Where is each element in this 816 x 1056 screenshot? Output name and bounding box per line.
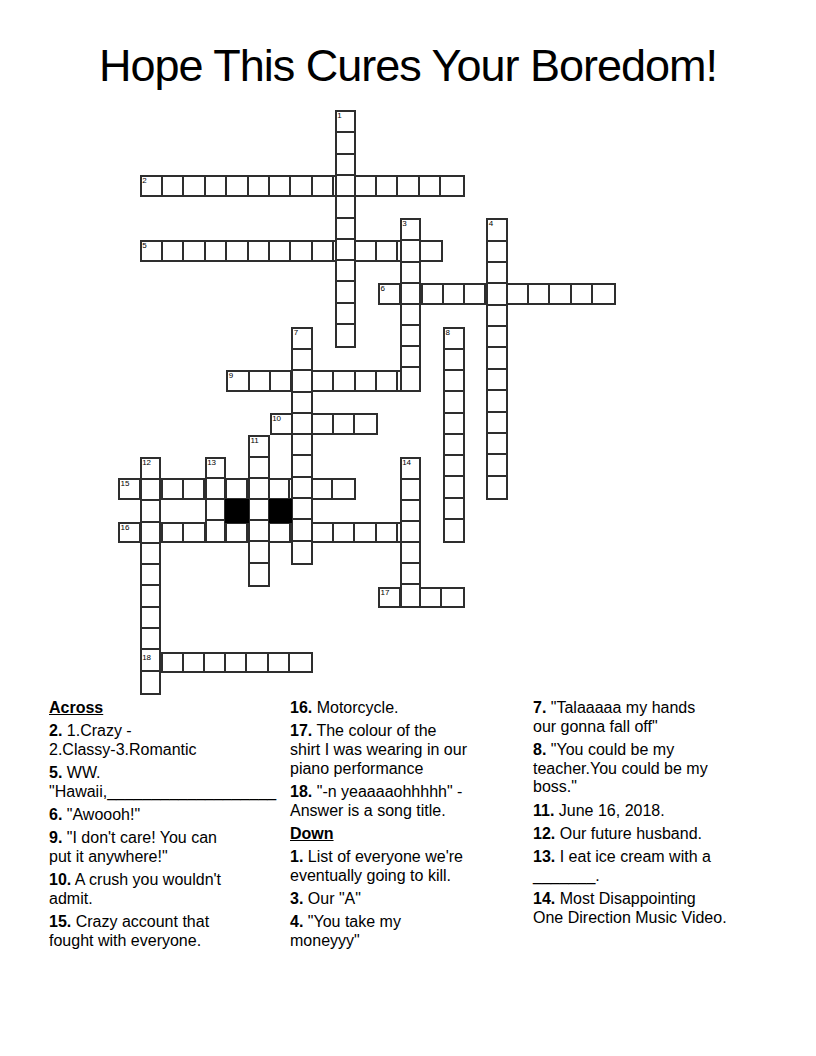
cell-4-down-7[interactable] [488, 370, 506, 391]
clue-across-17: 17. The colour of the shirt I was wearin… [290, 722, 498, 778]
cell-6-across-10[interactable] [593, 285, 614, 303]
cell-8-down-2[interactable] [445, 371, 463, 392]
cell-1-down-9[interactable] [337, 304, 355, 325]
clue-number-label-12: 12 [142, 459, 151, 467]
cell-18-across-4[interactable] [226, 654, 247, 672]
clue-text: "-n yeaaaaohhhhh" - Answer is a song tit… [290, 783, 462, 819]
black-cell-1 [269, 499, 293, 523]
cell-2-across-5[interactable] [249, 177, 270, 195]
cell-18-across-7[interactable] [290, 654, 311, 672]
cell-3-down-2[interactable] [402, 263, 420, 284]
cell-3-down-1[interactable] [402, 241, 420, 262]
cell-9-across-6[interactable] [356, 372, 377, 390]
cell-7-down-8[interactable] [293, 499, 311, 520]
cell-5-across-5[interactable] [249, 242, 270, 260]
cell-16-across-5[interactable] [227, 524, 248, 542]
cell-7-down-2[interactable] [293, 371, 311, 392]
cell-18-across-5[interactable] [247, 654, 268, 672]
cell-3-down-4[interactable] [402, 305, 420, 326]
clue-down-3: 3. Our "A" [290, 890, 498, 909]
cell-4-down-8[interactable] [488, 391, 506, 412]
word-16-across [118, 522, 421, 544]
cell-9-across-5[interactable] [334, 372, 355, 390]
clue-down-13: 13. I eat ice cream with a _______. [533, 848, 769, 885]
cell-12-down-2[interactable] [142, 501, 160, 522]
clue-text: The colour of the shirt I was wearing in… [290, 722, 467, 776]
clue-number: 11. [533, 802, 554, 819]
cell-2-across-12[interactable] [398, 177, 419, 195]
clue-text: Motorcycle. [312, 699, 398, 716]
clue-across-5: 5. WW. "Hawaii,___________________ [49, 764, 249, 801]
clue-down-11: 11. June 16, 2018. [533, 802, 769, 821]
clue-number-label-17: 17 [380, 589, 389, 597]
cell-8-down-3[interactable] [445, 392, 463, 413]
across-header: Across [49, 699, 249, 718]
cell-1-down-3[interactable] [337, 176, 355, 197]
clue-text: Our "A" [303, 890, 361, 907]
cell-5-across-11[interactable] [377, 242, 398, 260]
cell-14-down-3[interactable] [402, 522, 420, 543]
cell-14-down-1[interactable] [402, 480, 420, 501]
clue-across-9: 9. "I don't care! You can put it anywher… [49, 829, 249, 866]
cell-5-across-13[interactable] [420, 242, 441, 260]
clue-across-10: 10. A crush you wouldn't admit. [49, 871, 249, 908]
clue-number: 5. [49, 764, 62, 781]
clue-number: 4. [290, 913, 303, 930]
clue-down-14: 14. Most Disappointing One Direction Mus… [533, 890, 769, 927]
cell-10-across-3[interactable] [334, 415, 355, 433]
cell-4-down-12[interactable] [488, 477, 506, 498]
word-11-down [248, 435, 270, 587]
cell-6-across-8[interactable] [550, 285, 571, 303]
clue-text: June 16, 2018. [554, 802, 664, 819]
clue-number-label-8: 8 [445, 329, 449, 337]
cell-12-down-3[interactable] [142, 523, 160, 544]
cell-1-down-10[interactable] [337, 325, 355, 346]
clue-down-12: 12. Our future husband. [533, 825, 769, 844]
cell-18-across-2[interactable] [184, 654, 205, 672]
clue-number: 8. [533, 741, 546, 758]
cell-11-down-2[interactable] [250, 479, 268, 500]
clue-number-label-18: 18 [142, 654, 151, 662]
cell-6-across-6[interactable] [508, 285, 529, 303]
cell-8-down-7[interactable] [445, 477, 463, 498]
cell-17-across-3[interactable] [442, 589, 463, 607]
clue-column-3: 7. "Talaaaaa my hands our gonna fall off… [533, 699, 769, 932]
cell-6-across-2[interactable] [423, 285, 444, 303]
clue-number: 3. [290, 890, 303, 907]
cell-7-down-1[interactable] [293, 350, 311, 371]
clue-text: Crazy account that fought with everyone. [49, 913, 209, 949]
cell-15-across-5[interactable] [227, 480, 248, 498]
cell-5-across-1[interactable] [163, 242, 184, 260]
cell-15-across-3[interactable] [184, 480, 205, 498]
clue-text: Most Disappointing One Direction Music V… [533, 890, 727, 926]
cell-2-across-7[interactable] [291, 177, 312, 195]
cell-1-down-8[interactable] [337, 282, 355, 303]
word-3-down [400, 218, 422, 391]
cell-3-down-7[interactable] [402, 368, 420, 389]
cell-1-down-2[interactable] [337, 155, 355, 176]
cell-13-down-1[interactable] [207, 479, 225, 500]
cell-11-down-6[interactable] [250, 564, 268, 585]
cell-5-across-6[interactable] [270, 242, 291, 260]
clue-down-8: 8. "You could be my teacher.You could be… [533, 741, 769, 797]
clue-number-label-16: 16 [121, 524, 130, 532]
clue-number: 13. [533, 848, 555, 865]
cell-12-down-4[interactable] [142, 544, 160, 565]
clue-number: 1. [290, 848, 303, 865]
cell-15-across-9[interactable] [312, 480, 333, 498]
cell-2-across-13[interactable] [420, 177, 441, 195]
cell-1-down-5[interactable] [337, 219, 355, 240]
cell-12-down-10[interactable] [142, 672, 160, 693]
cell-9-across-1[interactable] [250, 372, 271, 390]
clue-text: List of everyone we're eventually going … [290, 848, 463, 884]
cell-16-across-9[interactable] [312, 524, 333, 542]
word-9-across [226, 370, 421, 392]
cell-11-down-4[interactable] [250, 521, 268, 542]
cell-16-across-3[interactable] [184, 524, 205, 542]
cell-8-down-1[interactable] [445, 350, 463, 371]
clue-down-1: 1. List of everyone we're eventually goi… [290, 848, 498, 885]
cell-5-across-2[interactable] [184, 242, 205, 260]
cell-9-across-4[interactable] [313, 372, 334, 390]
cell-4-down-9[interactable] [488, 413, 506, 434]
clue-number-label-9: 9 [229, 372, 233, 380]
clue-text: Our future husband. [555, 825, 702, 842]
cell-10-across-2[interactable] [313, 415, 334, 433]
cell-7-down-10[interactable] [293, 542, 311, 563]
cell-18-across-3[interactable] [205, 654, 226, 672]
clue-number: 12. [533, 825, 555, 842]
clue-number: 2. [49, 722, 62, 739]
cell-12-down-6[interactable] [142, 586, 160, 607]
cell-4-down-2[interactable] [488, 263, 506, 284]
cell-16-across-11[interactable] [355, 524, 376, 542]
cell-1-down-1[interactable] [337, 133, 355, 154]
cell-6-across-4[interactable] [465, 285, 486, 303]
cell-12-down-7[interactable] [142, 608, 160, 629]
clue-number-label-13: 13 [207, 459, 216, 467]
clue-down-4: 4. "You take my moneyyy" [290, 913, 498, 950]
word-1-down [335, 110, 357, 348]
cell-9-across-7[interactable] [377, 372, 398, 390]
cell-1-down-6[interactable] [337, 240, 355, 261]
clue-across-15: 15. Crazy account that fought with every… [49, 913, 249, 950]
down-header: Down [290, 825, 498, 844]
cell-4-down-6[interactable] [488, 348, 506, 369]
clue-number: 18. [290, 783, 312, 800]
clue-text: "Talaaaaa my hands our gonna fall off" [533, 699, 695, 735]
cell-14-down-5[interactable] [402, 564, 420, 585]
cell-3-down-5[interactable] [402, 326, 420, 347]
cell-16-across-7[interactable] [270, 524, 291, 542]
cell-9-across-2[interactable] [271, 372, 292, 390]
clue-text: "I don't care! You can put it anywhere!" [49, 829, 217, 865]
cell-7-down-6[interactable] [293, 456, 311, 477]
cell-5-across-8[interactable] [313, 242, 334, 260]
black-cell-0 [225, 499, 249, 523]
cell-4-down-4[interactable] [488, 306, 506, 327]
cell-7-down-7[interactable] [293, 478, 311, 499]
cell-8-down-6[interactable] [445, 456, 463, 477]
clue-text: "You could be my teacher.You could be my… [533, 741, 708, 795]
cell-2-across-2[interactable] [184, 177, 205, 195]
clue-across-2: 2. 1.Crazy - 2.Classy-3.Romantic [49, 722, 249, 759]
cell-17-across-2[interactable] [421, 589, 442, 607]
cell-6-across-7[interactable] [529, 285, 550, 303]
word-2-across [140, 175, 465, 197]
cell-14-down-6[interactable] [402, 585, 420, 606]
cell-12-down-1[interactable] [142, 480, 160, 501]
cell-2-across-11[interactable] [377, 177, 398, 195]
cell-11-down-5[interactable] [250, 542, 268, 563]
clue-number-label-5: 5 [142, 242, 146, 250]
cell-4-down-1[interactable] [488, 242, 506, 263]
clue-number-label-10: 10 [272, 415, 281, 423]
word-5-across [140, 240, 443, 262]
word-17-across [378, 587, 465, 609]
cell-1-down-7[interactable] [337, 261, 355, 282]
clue-number: 14. [533, 890, 555, 907]
cell-15-across-10[interactable] [333, 480, 354, 498]
clue-number: 7. [533, 699, 546, 716]
cell-3-down-6[interactable] [402, 347, 420, 368]
cell-11-down-3[interactable] [250, 500, 268, 521]
clue-number-label-15: 15 [121, 480, 130, 488]
word-7-down [291, 327, 313, 565]
cell-2-across-10[interactable] [356, 177, 377, 195]
clue-across-6: 6. "Awoooh!" [49, 806, 249, 825]
clue-text: "You take my moneyyy" [290, 913, 401, 949]
cell-7-down-3[interactable] [293, 393, 311, 414]
word-18-across [140, 652, 313, 674]
clue-across-18: 18. "-n yeaaaaohhhhh" - Answer is a song… [290, 783, 498, 820]
clue-down-7: 7. "Talaaaaa my hands our gonna fall off… [533, 699, 769, 736]
cell-2-across-6[interactable] [270, 177, 291, 195]
cell-2-across-1[interactable] [163, 177, 184, 195]
cell-16-across-10[interactable] [334, 524, 355, 542]
clue-column-1: Across2. 1.Crazy - 2.Classy-3.Romantic5.… [49, 699, 249, 955]
cell-2-across-14[interactable] [441, 177, 462, 195]
cell-4-down-5[interactable] [488, 327, 506, 348]
cell-8-down-8[interactable] [445, 499, 463, 520]
cell-14-down-2[interactable] [402, 501, 420, 522]
clue-number-label-11: 11 [250, 437, 258, 445]
clue-number: 16. [290, 699, 312, 716]
cell-7-down-4[interactable] [293, 414, 311, 435]
cell-16-across-2[interactable] [163, 524, 184, 542]
cell-5-across-10[interactable] [355, 242, 376, 260]
clue-number-label-3: 3 [402, 220, 406, 228]
cell-5-across-4[interactable] [227, 242, 248, 260]
cell-4-down-11[interactable] [488, 455, 506, 476]
cell-8-down-5[interactable] [445, 435, 463, 456]
word-13-down [205, 457, 227, 544]
clue-text: WW. "Hawaii,___________________ [49, 764, 276, 800]
clue-number-label-4: 4 [489, 220, 493, 228]
clue-number-label-6: 6 [380, 285, 384, 293]
cell-18-across-1[interactable] [163, 654, 184, 672]
cell-10-across-4[interactable] [355, 415, 376, 433]
cell-6-across-9[interactable] [572, 285, 593, 303]
cell-2-across-3[interactable] [206, 177, 227, 195]
cell-15-across-7[interactable] [269, 480, 290, 498]
clue-column-2: 16. Motorcycle.17. The colour of the shi… [290, 699, 498, 955]
cell-12-down-5[interactable] [142, 565, 160, 586]
cell-7-down-9[interactable] [293, 520, 311, 541]
clue-number: 10. [49, 871, 71, 888]
clue-number: 9. [49, 829, 62, 846]
clue-number-label-2: 2 [142, 177, 146, 185]
clue-number: 17. [290, 722, 312, 739]
clue-text: 1.Crazy - 2.Classy-3.Romantic [49, 722, 197, 758]
clue-number-label-14: 14 [402, 459, 411, 467]
word-10-across [270, 413, 378, 435]
clue-number: 15. [49, 913, 71, 930]
clue-number: 6. [49, 806, 62, 823]
clue-text: I eat ice cream with a _______. [533, 848, 711, 884]
clue-across-16: 16. Motorcycle. [290, 699, 498, 718]
cell-15-across-2[interactable] [163, 480, 184, 498]
cell-2-across-8[interactable] [313, 177, 334, 195]
cell-6-across-3[interactable] [444, 285, 465, 303]
cell-7-down-5[interactable] [293, 435, 311, 456]
cell-13-down-3[interactable] [207, 521, 225, 542]
clue-text: A crush you wouldn't admit. [49, 871, 221, 907]
cell-8-down-9[interactable] [445, 520, 463, 541]
cell-12-down-8[interactable] [142, 629, 160, 650]
cell-1-down-4[interactable] [337, 197, 355, 218]
cell-4-down-3[interactable] [488, 284, 506, 305]
cell-14-down-4[interactable] [402, 543, 420, 564]
cell-16-across-12[interactable] [377, 524, 398, 542]
word-4-down [486, 218, 508, 500]
cell-8-down-4[interactable] [445, 414, 463, 435]
cell-4-down-10[interactable] [488, 434, 506, 455]
cell-5-across-3[interactable] [206, 242, 227, 260]
cell-18-across-6[interactable] [269, 654, 290, 672]
cell-13-down-2[interactable] [207, 500, 225, 521]
clue-number-label-7: 7 [294, 329, 298, 337]
cell-2-across-4[interactable] [227, 177, 248, 195]
clue-number-label-1: 1 [337, 112, 341, 120]
cell-3-down-3[interactable] [402, 284, 420, 305]
word-8-down [443, 327, 465, 544]
cell-5-across-7[interactable] [291, 242, 312, 260]
clue-text: "Awoooh!" [62, 806, 140, 823]
cell-11-down-1[interactable] [250, 458, 268, 479]
word-14-down [400, 457, 422, 609]
